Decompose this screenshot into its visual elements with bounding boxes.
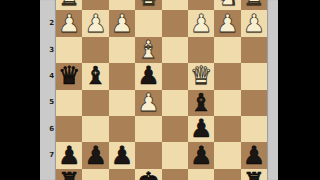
piece-wK-e1[interactable]: ♚	[137, 0, 159, 10]
square-e5[interactable]: ♟	[135, 90, 161, 116]
piece-wQ-c4[interactable]: ♛	[190, 63, 212, 89]
piece-wP-f2[interactable]: ♟	[111, 11, 133, 37]
square-h4[interactable]: ♛	[56, 63, 82, 89]
rank-label-7: 7	[44, 151, 54, 160]
square-c5[interactable]: ♝	[188, 90, 214, 116]
square-d6[interactable]	[162, 116, 188, 142]
right-gray-strip	[267, 0, 278, 180]
rank-label-3: 3	[44, 46, 54, 55]
piece-wP-h2[interactable]: ♟	[58, 11, 80, 37]
square-a2[interactable]: ♟	[241, 10, 267, 36]
chess-board[interactable]: ♜♚♞♜♟♟♟♟♟♟♝♛♝♟♛♟♝♟♟♟♟♟♟♜♚♜	[56, 0, 267, 180]
square-c3[interactable]	[188, 37, 214, 63]
piece-wP-c2[interactable]: ♟	[190, 11, 212, 37]
piece-bK-e8[interactable]: ♚	[137, 169, 159, 180]
square-d4[interactable]	[162, 63, 188, 89]
square-g3[interactable]	[82, 37, 108, 63]
rank-label-strip: 234567	[40, 0, 56, 180]
piece-bP-c7[interactable]: ♟	[190, 143, 212, 169]
square-f6[interactable]	[109, 116, 135, 142]
square-e2[interactable]	[135, 10, 161, 36]
square-e4[interactable]: ♟	[135, 63, 161, 89]
square-h7[interactable]: ♟	[56, 142, 82, 168]
left-black-bar	[0, 0, 40, 180]
piece-bR-a8[interactable]: ♜	[243, 169, 265, 180]
piece-bP-c6[interactable]: ♟	[190, 116, 212, 142]
square-d1[interactable]	[162, 0, 188, 10]
piece-bP-a7[interactable]: ♟	[243, 143, 265, 169]
square-g7[interactable]: ♟	[82, 142, 108, 168]
square-a8[interactable]: ♜	[241, 169, 267, 180]
piece-bP-f7[interactable]: ♟	[111, 143, 133, 169]
square-b4[interactable]	[214, 63, 240, 89]
square-g4[interactable]: ♝	[82, 63, 108, 89]
square-d2[interactable]	[162, 10, 188, 36]
square-a6[interactable]	[241, 116, 267, 142]
square-c8[interactable]	[188, 169, 214, 180]
square-b3[interactable]	[214, 37, 240, 63]
square-h5[interactable]	[56, 90, 82, 116]
piece-bP-h7[interactable]: ♟	[58, 143, 80, 169]
square-h3[interactable]	[56, 37, 82, 63]
square-b6[interactable]	[214, 116, 240, 142]
rank-label-5: 5	[44, 98, 54, 107]
square-a3[interactable]	[241, 37, 267, 63]
piece-bR-h8[interactable]: ♜	[58, 169, 80, 180]
square-g5[interactable]	[82, 90, 108, 116]
square-e1[interactable]: ♚	[135, 0, 161, 10]
square-e6[interactable]	[135, 116, 161, 142]
square-g2[interactable]: ♟	[82, 10, 108, 36]
square-e8[interactable]: ♚	[135, 169, 161, 180]
square-d5[interactable]	[162, 90, 188, 116]
square-c4[interactable]: ♛	[188, 63, 214, 89]
square-a4[interactable]	[241, 63, 267, 89]
square-f4[interactable]	[109, 63, 135, 89]
square-h8[interactable]: ♜	[56, 169, 82, 180]
piece-bB-g4[interactable]: ♝	[84, 63, 106, 89]
square-b5[interactable]	[214, 90, 240, 116]
piece-bQ-h4[interactable]: ♛	[58, 63, 80, 89]
piece-wB-e3[interactable]: ♝	[137, 37, 159, 63]
square-e7[interactable]	[135, 142, 161, 168]
square-c2[interactable]: ♟	[188, 10, 214, 36]
piece-wP-a2[interactable]: ♟	[243, 11, 265, 37]
square-d7[interactable]	[162, 142, 188, 168]
rank-label-2: 2	[44, 19, 54, 28]
square-g8[interactable]	[82, 169, 108, 180]
square-f8[interactable]	[109, 169, 135, 180]
square-e3[interactable]: ♝	[135, 37, 161, 63]
square-f2[interactable]: ♟	[109, 10, 135, 36]
right-black-bar	[278, 0, 320, 180]
square-a7[interactable]: ♟	[241, 142, 267, 168]
piece-wP-g2[interactable]: ♟	[84, 11, 106, 37]
square-d8[interactable]	[162, 169, 188, 180]
square-c6[interactable]: ♟	[188, 116, 214, 142]
rank-label-6: 6	[44, 125, 54, 134]
square-h6[interactable]	[56, 116, 82, 142]
piece-wP-b2[interactable]: ♟	[216, 11, 238, 37]
rank-label-4: 4	[44, 72, 54, 81]
square-h2[interactable]: ♟	[56, 10, 82, 36]
piece-wP-e5[interactable]: ♟	[137, 90, 159, 116]
square-b7[interactable]	[214, 142, 240, 168]
square-d3[interactable]	[162, 37, 188, 63]
piece-bB-c5[interactable]: ♝	[190, 90, 212, 116]
piece-bP-g7[interactable]: ♟	[84, 143, 106, 169]
square-f3[interactable]	[109, 37, 135, 63]
square-c7[interactable]: ♟	[188, 142, 214, 168]
square-b8[interactable]	[214, 169, 240, 180]
square-b2[interactable]: ♟	[214, 10, 240, 36]
square-a5[interactable]	[241, 90, 267, 116]
square-f5[interactable]	[109, 90, 135, 116]
piece-bP-e4[interactable]: ♟	[137, 63, 159, 89]
square-g6[interactable]	[82, 116, 108, 142]
square-f7[interactable]: ♟	[109, 142, 135, 168]
